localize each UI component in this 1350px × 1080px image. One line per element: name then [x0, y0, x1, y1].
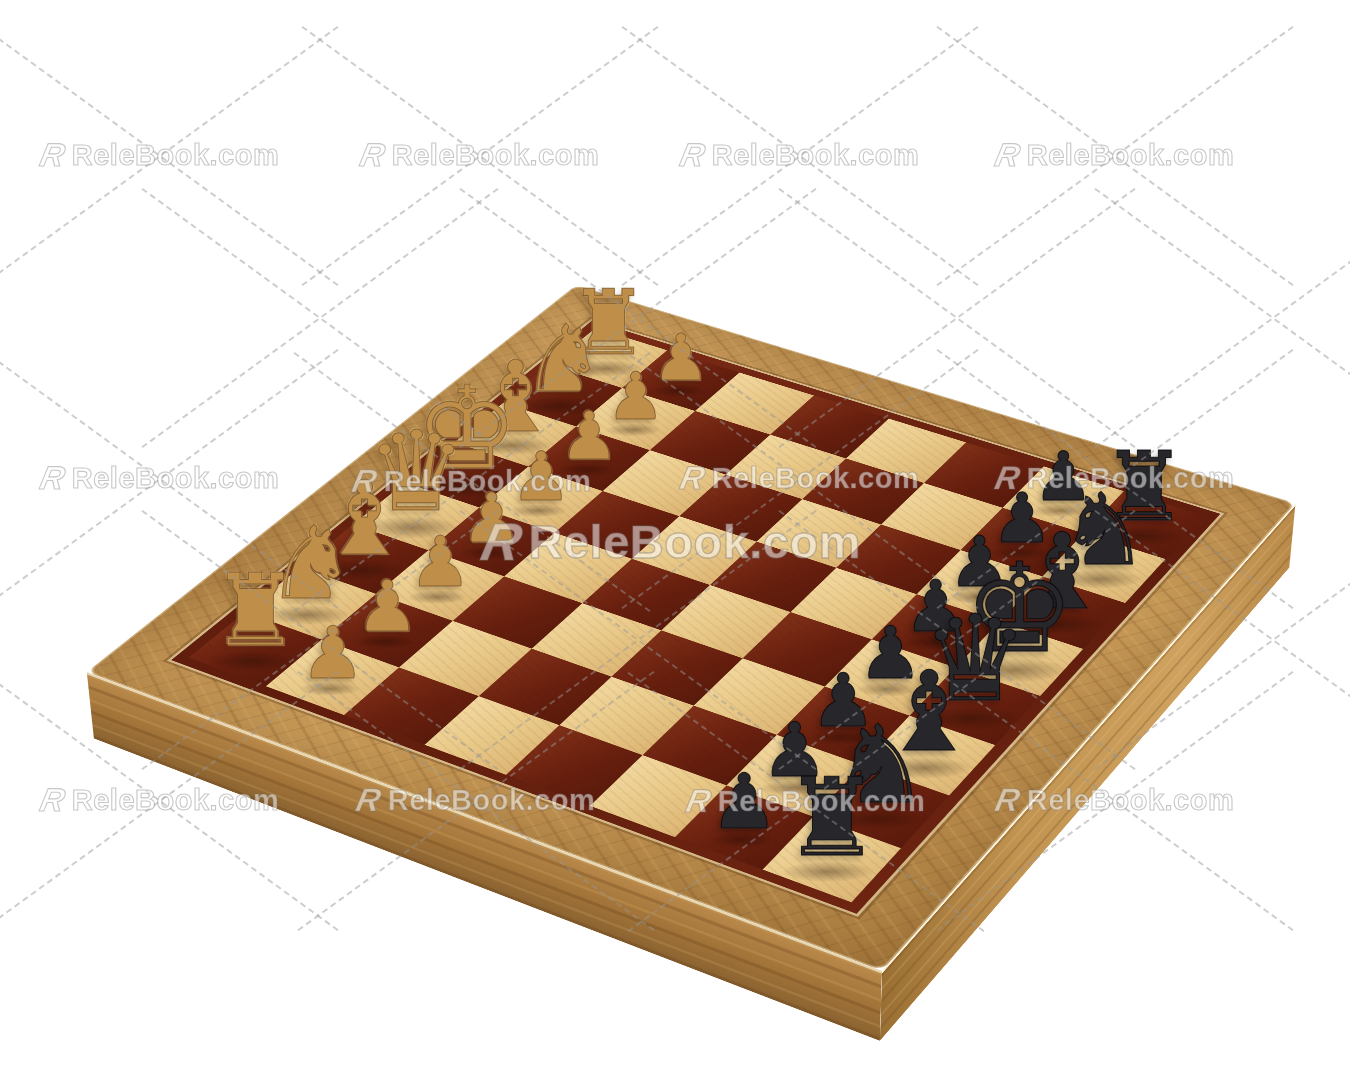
square-f8 [999, 576, 1125, 648]
watermark-text: ReleBook.com [1027, 139, 1234, 172]
chess-board-3d [87, 285, 1296, 971]
square-d6 [743, 612, 872, 686]
watermark: RReleBook.com [361, 137, 599, 174]
square-c8 [862, 715, 995, 795]
screenshot-canvas: ♜♟♞♟♝♟♚♟♟♛♜♟♟♝♞♟♟♞♝♟♟♜♚♟♟♛♟♝♟♞♟♜ RReleBo… [0, 0, 1350, 1080]
square-b6 [642, 705, 776, 785]
square-a6 [590, 755, 727, 837]
watermark-dash-line [621, 26, 978, 286]
square-d7 [825, 639, 955, 715]
watermark-dash-line [1094, 188, 1350, 448]
watermark-dash-line [301, 26, 658, 286]
watermark: RReleBook.com [41, 460, 279, 497]
square-c7 [777, 686, 910, 765]
watermark: RReleBook.com [996, 137, 1234, 174]
watermark-text: ReleBook.com [712, 139, 919, 172]
relebook-logo-icon: R [37, 782, 69, 819]
square-c4 [531, 603, 661, 677]
watermark-dash-line [301, 26, 658, 286]
watermark-dash-line [936, 26, 1293, 286]
watermark-dash-line [621, 26, 978, 286]
watermark: RReleBook.com [41, 137, 279, 174]
relebook-logo-icon: R [677, 137, 709, 174]
square-d5 [662, 585, 791, 658]
relebook-logo-icon: R [357, 137, 389, 174]
square-b3 [399, 621, 531, 696]
square-a8 [762, 816, 901, 902]
watermark-text: ReleBook.com [72, 139, 279, 172]
square-b7 [727, 735, 862, 816]
square-e8 [955, 621, 1083, 696]
square-d8 [909, 667, 1040, 744]
square-a7 [675, 785, 813, 869]
watermark-text: ReleBook.com [72, 462, 279, 495]
square-c6 [693, 658, 825, 735]
watermark-dash-line [0, 26, 339, 286]
relebook-logo-icon: R [37, 460, 69, 497]
square-c5 [611, 630, 742, 705]
relebook-logo-icon: R [37, 137, 69, 174]
square-b8 [813, 765, 949, 848]
watermark: RReleBook.com [681, 137, 919, 174]
square-e7 [872, 594, 1000, 667]
square-a2 [266, 639, 400, 715]
watermark-dash-line [1094, 188, 1350, 448]
square-a4 [424, 696, 559, 775]
board-frame [87, 285, 1296, 971]
square-b4 [479, 648, 612, 724]
square-a1 [189, 612, 322, 686]
relebook-logo-icon: R [992, 137, 1024, 174]
square-c3 [453, 576, 582, 648]
square-b5 [560, 677, 694, 755]
square-a3 [344, 667, 479, 744]
square-a5 [506, 725, 642, 806]
watermark-dash-line [0, 26, 339, 286]
square-b2 [322, 594, 453, 667]
watermark-dash-line [936, 26, 1293, 286]
watermark-text: ReleBook.com [392, 139, 599, 172]
